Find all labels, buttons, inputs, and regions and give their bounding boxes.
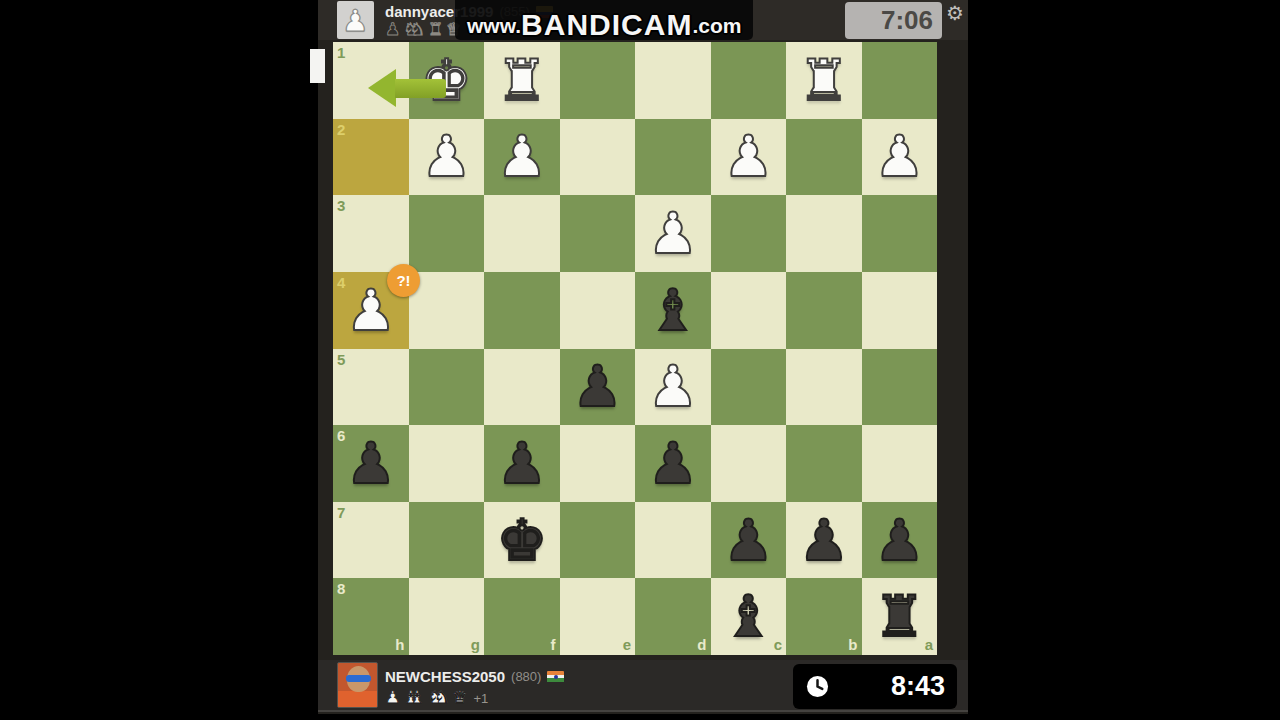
file-label-g: g (471, 636, 480, 653)
square-e7[interactable] (560, 502, 636, 579)
avatar-shirt (338, 691, 378, 708)
square-c5[interactable] (711, 349, 787, 426)
square-e6[interactable] (560, 425, 636, 502)
bandicam-watermark: www.BANDICAM.com (455, 0, 753, 40)
square-f4[interactable] (484, 272, 560, 349)
recording-artifact-strip (310, 49, 325, 83)
file-label-h: h (395, 636, 404, 653)
square-e3[interactable] (560, 195, 636, 272)
rank-label-5: 5 (337, 351, 345, 368)
square-a4[interactable] (862, 272, 938, 349)
square-d7[interactable] (635, 502, 711, 579)
square-g4[interactable] (409, 272, 485, 349)
top-player-clock-time: 7:06 (881, 5, 933, 36)
bottom-player-clock-time: 8:43 (891, 671, 945, 702)
square-a2[interactable]: ♟ (862, 119, 938, 196)
square-c4[interactable] (711, 272, 787, 349)
square-e4[interactable] (560, 272, 636, 349)
square-f5[interactable] (484, 349, 560, 426)
top-player-captured-pieces: ♟♞♞♜♛ (385, 21, 461, 38)
move-arrow-left-icon (368, 69, 396, 107)
app-window: ♟ dannyacer1999 (855) ♟♞♞♜♛ www.BANDICAM… (318, 0, 968, 714)
rank-label-2: 2 (337, 121, 345, 138)
bottom-player-captured-pieces: ♟♝♝♞♞♛+1 (385, 689, 488, 706)
black-king-f7[interactable]: ♚ (484, 502, 560, 579)
square-f1[interactable]: ♜ (484, 42, 560, 119)
square-c7[interactable]: ♟ (711, 502, 787, 579)
captured-white-bishop-x2: ♝♝ (403, 689, 425, 706)
black-rook-a8[interactable]: ♜ (862, 578, 938, 655)
square-f6[interactable]: ♟ (484, 425, 560, 502)
watermark-prefix: www. (467, 14, 521, 38)
white-pawn-a2[interactable]: ♟ (862, 119, 938, 196)
black-pawn-d6[interactable]: ♟ (635, 425, 711, 502)
black-pawn-a7[interactable]: ♟ (862, 502, 938, 579)
black-bishop-d4[interactable]: ♝ (635, 272, 711, 349)
square-g6[interactable] (409, 425, 485, 502)
captured-black-pawn: ♟ (385, 21, 400, 38)
square-h8[interactable]: 8h (333, 578, 409, 655)
top-player-clock: 7:06 (845, 2, 942, 39)
captured-black-rook: ♜ (428, 21, 443, 38)
file-label-d: d (697, 636, 706, 653)
square-g3[interactable] (409, 195, 485, 272)
bottom-player-bar: NEWCHESS2050 (880) ♟♝♝♞♞♛+1 8:43 (318, 660, 968, 712)
material-advantage: +1 (474, 691, 489, 706)
black-pawn-e5[interactable]: ♟ (560, 349, 636, 426)
square-a8[interactable]: a♜ (862, 578, 938, 655)
square-g5[interactable] (409, 349, 485, 426)
black-bishop-c8[interactable]: ♝ (711, 578, 787, 655)
square-a1[interactable] (862, 42, 938, 119)
square-g8[interactable]: g (409, 578, 485, 655)
file-label-e: e (623, 636, 631, 653)
square-c3[interactable] (711, 195, 787, 272)
avatar-sunglasses (346, 675, 371, 682)
square-f2[interactable]: ♟ (484, 119, 560, 196)
square-b1[interactable]: ♜ (786, 42, 862, 119)
square-c6[interactable] (711, 425, 787, 502)
square-c1[interactable] (711, 42, 787, 119)
square-d3[interactable]: ♟ (635, 195, 711, 272)
square-g2[interactable]: ♟ (409, 119, 485, 196)
rank-label-8: 8 (337, 580, 345, 597)
rank-label-3: 3 (337, 197, 345, 214)
black-pawn-b7[interactable]: ♟ (786, 502, 862, 579)
captured-white-knight-x2: ♞♞ (428, 689, 450, 706)
captured-white-queen: ♛ (452, 689, 467, 706)
chess-board: 1♚♜♜2♟♟♟♟3♟4♟♝5♟♟6♟♟♟7♚♟♟♟8hgfedc♝ba♜ (333, 42, 937, 655)
settings-gear-icon[interactable]: ⚙ (946, 1, 964, 25)
square-c8[interactable]: c♝ (711, 578, 787, 655)
bottom-player-rating: (880) (511, 669, 541, 684)
square-e8[interactable]: e (560, 578, 636, 655)
square-a7[interactable]: ♟ (862, 502, 938, 579)
file-label-b: b (848, 636, 857, 653)
screen: ♟ dannyacer1999 (855) ♟♞♞♜♛ www.BANDICAM… (0, 0, 1280, 720)
rank-label-1: 1 (337, 44, 345, 61)
square-h7[interactable]: 7 (333, 502, 409, 579)
square-g7[interactable] (409, 502, 485, 579)
captured-white-pawn: ♟ (385, 689, 400, 706)
bottom-player-name-row: NEWCHESS2050 (880) (385, 668, 564, 685)
file-label-f: f (551, 636, 556, 653)
top-player-bar: ♟ dannyacer1999 (855) ♟♞♞♜♛ www.BANDICAM… (318, 0, 968, 40)
square-h3[interactable]: 3 (333, 195, 409, 272)
square-c2[interactable]: ♟ (711, 119, 787, 196)
white-rook-b1[interactable]: ♜ (786, 42, 862, 119)
black-pawn-f6[interactable]: ♟ (484, 425, 560, 502)
square-f7[interactable]: ♚ (484, 502, 560, 579)
square-f8[interactable]: f (484, 578, 560, 655)
square-d4[interactable]: ♝ (635, 272, 711, 349)
square-d5[interactable]: ♟ (635, 349, 711, 426)
square-h5[interactable]: 5 (333, 349, 409, 426)
move-annotation-badge: ?! (387, 264, 420, 297)
top-player-avatar[interactable]: ♟ (337, 1, 374, 39)
white-pawn-avatar-icon: ♟ (342, 3, 369, 38)
watermark-brand: BANDICAM (521, 8, 692, 42)
square-a5[interactable] (862, 349, 938, 426)
white-pawn-f2[interactable]: ♟ (484, 119, 560, 196)
clock-icon (806, 675, 829, 698)
square-h6[interactable]: 6♟ (333, 425, 409, 502)
square-d1[interactable] (635, 42, 711, 119)
square-h2[interactable]: 2 (333, 119, 409, 196)
square-e5[interactable]: ♟ (560, 349, 636, 426)
square-b5[interactable] (786, 349, 862, 426)
square-b4[interactable] (786, 272, 862, 349)
white-pawn-g2[interactable]: ♟ (409, 119, 485, 196)
bottom-player-avatar[interactable] (337, 662, 378, 708)
square-b2[interactable] (786, 119, 862, 196)
square-e2[interactable] (560, 119, 636, 196)
square-d8[interactable]: d (635, 578, 711, 655)
rank-label-7: 7 (337, 504, 345, 521)
watermark-suffix: .com (692, 14, 741, 38)
captured-black-knight-x2: ♞♞ (403, 21, 425, 38)
square-a3[interactable] (862, 195, 938, 272)
square-e1[interactable] (560, 42, 636, 119)
black-pawn-h6[interactable]: ♟ (333, 425, 409, 502)
square-f3[interactable] (484, 195, 560, 272)
bottom-player-clock: 8:43 (793, 664, 957, 709)
square-b6[interactable] (786, 425, 862, 502)
square-b8[interactable]: b (786, 578, 862, 655)
white-pawn-d3[interactable]: ♟ (635, 195, 711, 272)
black-pawn-c7[interactable]: ♟ (711, 502, 787, 579)
white-pawn-c2[interactable]: ♟ (711, 119, 787, 196)
white-pawn-d5[interactable]: ♟ (635, 349, 711, 426)
square-d2[interactable] (635, 119, 711, 196)
bottom-player-name: NEWCHESS2050 (385, 668, 505, 685)
square-b7[interactable]: ♟ (786, 502, 862, 579)
india-flag-icon (547, 671, 564, 683)
square-b3[interactable] (786, 195, 862, 272)
move-arrow-left-body (395, 79, 446, 98)
white-rook-f1[interactable]: ♜ (484, 42, 560, 119)
square-a6[interactable] (862, 425, 938, 502)
square-d6[interactable]: ♟ (635, 425, 711, 502)
